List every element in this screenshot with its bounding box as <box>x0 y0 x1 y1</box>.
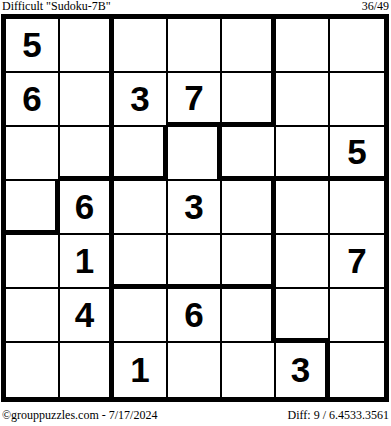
cell-r2c5[interactable] <box>276 127 330 181</box>
cell-r5c5[interactable] <box>276 289 330 343</box>
cell-r3c1: 6 <box>60 181 114 235</box>
cell-r4c6: 7 <box>330 235 384 289</box>
cell-r3c5[interactable] <box>276 181 330 235</box>
cell-r1c2: 3 <box>114 73 168 127</box>
cell-r3c6[interactable] <box>330 181 384 235</box>
cell-r0c6[interactable] <box>330 19 384 73</box>
difficulty-rating-text: Diff: 9 / 6.4533.3561 <box>288 409 389 422</box>
cell-r5c0[interactable] <box>6 289 60 343</box>
cell-r2c4[interactable] <box>222 127 276 181</box>
cell-r1c1[interactable] <box>60 73 114 127</box>
cell-r6c2: 1 <box>114 343 168 397</box>
cell-r2c1[interactable] <box>60 127 114 181</box>
cell-r3c0[interactable] <box>6 181 60 235</box>
cell-r1c6[interactable] <box>330 73 384 127</box>
cell-r6c0[interactable] <box>6 343 60 397</box>
cell-r2c6: 5 <box>330 127 384 181</box>
cell-r4c4[interactable] <box>222 235 276 289</box>
cell-r4c5[interactable] <box>276 235 330 289</box>
cell-r4c0[interactable] <box>6 235 60 289</box>
cell-r6c3[interactable] <box>168 343 222 397</box>
cell-r0c5[interactable] <box>276 19 330 73</box>
empty-cells-counter: 36/49 <box>362 0 389 13</box>
cell-r3c2[interactable] <box>114 181 168 235</box>
cell-r0c1[interactable] <box>60 19 114 73</box>
cell-r0c0: 5 <box>6 19 60 73</box>
cell-r3c4[interactable] <box>222 181 276 235</box>
cell-r1c4[interactable] <box>222 73 276 127</box>
puzzle-page: Difficult "Sudoku-7B" 36/49 563756317461… <box>0 0 391 426</box>
cell-r2c3[interactable] <box>168 127 222 181</box>
cell-r5c3: 6 <box>168 289 222 343</box>
cell-r0c4[interactable] <box>222 19 276 73</box>
cell-r5c2[interactable] <box>114 289 168 343</box>
cell-r6c6[interactable] <box>330 343 384 397</box>
footer-bar: ©grouppuzzles.com - 7/17/2024 Diff: 9 / … <box>0 402 391 422</box>
cell-r1c0: 6 <box>6 73 60 127</box>
cell-r6c4[interactable] <box>222 343 276 397</box>
cell-r6c1[interactable] <box>60 343 114 397</box>
cell-r6c5: 3 <box>276 343 330 397</box>
copyright-date-text: ©grouppuzzles.com - 7/17/2024 <box>2 409 157 422</box>
cell-r1c3: 7 <box>168 73 222 127</box>
cell-r4c3[interactable] <box>168 235 222 289</box>
cell-r5c1: 4 <box>60 289 114 343</box>
cell-r1c5[interactable] <box>276 73 330 127</box>
cell-r5c6[interactable] <box>330 289 384 343</box>
cell-r0c3[interactable] <box>168 19 222 73</box>
cell-r0c2[interactable] <box>114 19 168 73</box>
cell-r4c1: 1 <box>60 235 114 289</box>
cell-r4c2[interactable] <box>114 235 168 289</box>
cell-r2c0[interactable] <box>6 127 60 181</box>
cell-r2c2[interactable] <box>114 127 168 181</box>
header-bar: Difficult "Sudoku-7B" 36/49 <box>0 0 391 14</box>
sudoku-board: 5637563174613 <box>1 14 389 402</box>
puzzle-title: Difficult "Sudoku-7B" <box>2 0 111 13</box>
cell-r3c3: 3 <box>168 181 222 235</box>
cell-r5c4[interactable] <box>222 289 276 343</box>
